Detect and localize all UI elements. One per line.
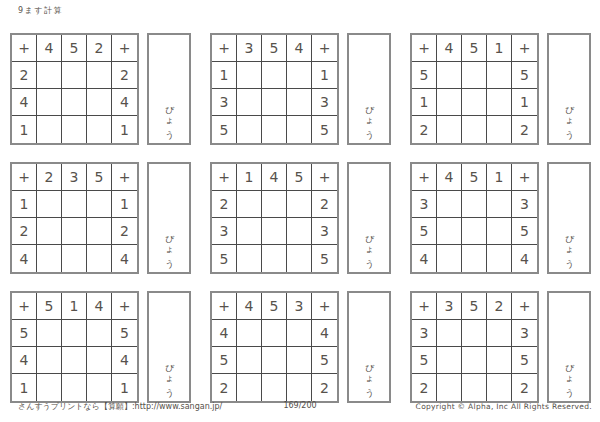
answer-cell[interactable] [287, 218, 312, 245]
operator-cell: + [12, 35, 37, 62]
answer-cell[interactable] [262, 89, 287, 116]
puzzle-grid-5: +145+223355 [210, 162, 339, 274]
seconds-box: びょう [347, 33, 391, 145]
answer-cell[interactable] [437, 116, 462, 143]
answer-cell[interactable] [262, 116, 287, 143]
seconds-box: びょう [147, 33, 191, 145]
top-addend-cell: 1 [487, 164, 512, 191]
top-addend-cell: 5 [62, 35, 87, 62]
left-addend-cell: 2 [212, 374, 237, 401]
answer-cell[interactable] [287, 191, 312, 218]
right-addend-cell: 1 [112, 191, 137, 218]
top-addend-cell: 5 [262, 293, 287, 320]
answer-cell[interactable] [462, 62, 487, 89]
seconds-box: びょう [547, 291, 591, 403]
answer-cell[interactable] [437, 191, 462, 218]
answer-cell[interactable] [462, 245, 487, 272]
answer-cell[interactable] [462, 116, 487, 143]
answer-cell[interactable] [487, 62, 512, 89]
answer-cell[interactable] [262, 62, 287, 89]
right-addend-cell: 1 [112, 116, 137, 143]
right-addend-cell: 4 [112, 347, 137, 374]
answer-cell[interactable] [262, 347, 287, 374]
answer-cell[interactable] [287, 347, 312, 374]
right-addend-cell: 5 [512, 347, 537, 374]
answer-cell[interactable] [462, 320, 487, 347]
footer: さんすうプリントなら【算願】:http://www.sangan.jp/ 169… [0, 401, 600, 415]
seconds-label: びょう [563, 357, 576, 394]
top-addend-cell: 4 [437, 35, 462, 62]
puzzle-9: +352+335522びょう [410, 291, 591, 403]
answer-cell[interactable] [87, 245, 112, 272]
answer-cell[interactable] [262, 218, 287, 245]
seconds-box: びょう [547, 162, 591, 274]
operator-cell: + [112, 35, 137, 62]
puzzle-grid-3: +451+551122 [410, 33, 539, 145]
answer-cell[interactable] [487, 89, 512, 116]
left-addend-cell: 2 [412, 116, 437, 143]
left-addend-cell: 2 [212, 191, 237, 218]
answer-cell[interactable] [487, 245, 512, 272]
answer-cell[interactable] [437, 245, 462, 272]
left-addend-cell: 4 [12, 347, 37, 374]
operator-cell: + [12, 164, 37, 191]
right-addend-cell: 2 [112, 62, 137, 89]
answer-cell[interactable] [87, 320, 112, 347]
puzzle-grid-6: +451+335544 [410, 162, 539, 274]
top-addend-cell: 5 [462, 293, 487, 320]
answer-cell[interactable] [37, 62, 62, 89]
left-addend-cell: 5 [412, 62, 437, 89]
right-addend-cell: 4 [312, 320, 337, 347]
answer-cell[interactable] [37, 89, 62, 116]
right-addend-cell: 2 [312, 191, 337, 218]
puzzle-1: +452+224411びょう [10, 33, 191, 145]
seconds-label: びょう [363, 357, 376, 394]
right-addend-cell: 5 [312, 347, 337, 374]
answer-cell[interactable] [62, 89, 87, 116]
answer-cell[interactable] [62, 320, 87, 347]
left-addend-cell: 4 [412, 245, 437, 272]
puzzle-grid-area: +452+224411びょう+354+113355びょう+451+551122び… [10, 33, 591, 403]
answer-cell[interactable] [87, 89, 112, 116]
top-addend-cell: 4 [437, 164, 462, 191]
answer-cell[interactable] [287, 89, 312, 116]
answer-cell[interactable] [437, 320, 462, 347]
answer-cell[interactable] [37, 191, 62, 218]
operator-cell: + [12, 293, 37, 320]
answer-cell[interactable] [62, 245, 87, 272]
answer-cell[interactable] [462, 347, 487, 374]
top-addend-cell: 2 [87, 35, 112, 62]
seconds-box: びょう [147, 291, 191, 403]
answer-cell[interactable] [62, 191, 87, 218]
right-addend-cell: 3 [512, 191, 537, 218]
top-addend-cell: 4 [287, 35, 312, 62]
left-addend-cell: 3 [212, 89, 237, 116]
answer-cell[interactable] [287, 374, 312, 401]
top-addend-cell: 3 [437, 293, 462, 320]
puzzle-grid-2: +354+113355 [210, 33, 339, 145]
puzzle-grid-8: +453+445522 [210, 291, 339, 403]
left-addend-cell: 3 [412, 191, 437, 218]
right-addend-cell: 2 [112, 218, 137, 245]
left-addend-cell: 4 [12, 245, 37, 272]
right-addend-cell: 3 [312, 89, 337, 116]
left-addend-cell: 1 [12, 191, 37, 218]
operator-cell: + [212, 35, 237, 62]
operator-cell: + [212, 164, 237, 191]
operator-cell: + [112, 164, 137, 191]
footer-site-link[interactable]: さんすうプリントなら【算願】:http://www.sangan.jp/ [18, 401, 222, 412]
seconds-label: びょう [563, 99, 576, 136]
seconds-box: びょう [347, 162, 391, 274]
answer-cell[interactable] [37, 245, 62, 272]
answer-cell[interactable] [462, 374, 487, 401]
answer-cell[interactable] [437, 347, 462, 374]
top-addend-cell: 4 [262, 164, 287, 191]
answer-cell[interactable] [287, 62, 312, 89]
answer-cell[interactable] [237, 89, 262, 116]
footer-copyright: Copyright © Alpha, Inc All Rights Reserv… [416, 402, 592, 411]
puzzle-6: +451+335544びょう [410, 162, 591, 274]
puzzle-2: +354+113355びょう [210, 33, 391, 145]
answer-cell[interactable] [462, 191, 487, 218]
right-addend-cell: 2 [312, 374, 337, 401]
answer-cell[interactable] [87, 374, 112, 401]
operator-cell: + [312, 35, 337, 62]
puzzle-4: +235+112244びょう [10, 162, 191, 274]
left-addend-cell: 1 [212, 62, 237, 89]
top-addend-cell: 1 [237, 164, 262, 191]
page-title: 9ます計算 [18, 5, 63, 16]
right-addend-cell: 5 [312, 245, 337, 272]
answer-cell[interactable] [262, 245, 287, 272]
top-addend-cell: 5 [462, 164, 487, 191]
answer-cell[interactable] [237, 245, 262, 272]
answer-cell[interactable] [262, 374, 287, 401]
right-addend-cell: 2 [512, 116, 537, 143]
left-addend-cell: 5 [12, 320, 37, 347]
puzzle-8: +453+445522びょう [210, 291, 391, 403]
left-addend-cell: 4 [12, 89, 37, 116]
answer-cell[interactable] [487, 218, 512, 245]
answer-cell[interactable] [487, 191, 512, 218]
left-addend-cell: 1 [12, 116, 37, 143]
puzzle-grid-4: +235+112244 [10, 162, 139, 274]
operator-cell: + [312, 293, 337, 320]
answer-cell[interactable] [237, 374, 262, 401]
answer-cell[interactable] [237, 218, 262, 245]
right-addend-cell: 1 [312, 62, 337, 89]
answer-cell[interactable] [287, 116, 312, 143]
answer-cell[interactable] [87, 62, 112, 89]
right-addend-cell: 3 [512, 320, 537, 347]
left-addend-cell: 2 [12, 62, 37, 89]
left-addend-cell: 3 [412, 320, 437, 347]
answer-cell[interactable] [62, 374, 87, 401]
left-addend-cell: 5 [412, 347, 437, 374]
seconds-box: びょう [147, 162, 191, 274]
operator-cell: + [512, 164, 537, 191]
puzzle-grid-7: +514+554411 [10, 291, 139, 403]
answer-cell[interactable] [237, 347, 262, 374]
answer-cell[interactable] [237, 320, 262, 347]
answer-cell[interactable] [37, 347, 62, 374]
top-addend-cell: 4 [237, 293, 262, 320]
top-addend-cell: 1 [487, 35, 512, 62]
answer-cell[interactable] [287, 245, 312, 272]
right-addend-cell: 4 [112, 245, 137, 272]
answer-cell[interactable] [487, 116, 512, 143]
operator-cell: + [412, 293, 437, 320]
answer-cell[interactable] [37, 116, 62, 143]
answer-cell[interactable] [487, 374, 512, 401]
answer-cell[interactable] [237, 191, 262, 218]
right-addend-cell: 5 [112, 320, 137, 347]
answer-cell[interactable] [87, 191, 112, 218]
left-addend-cell: 5 [212, 347, 237, 374]
left-addend-cell: 5 [212, 116, 237, 143]
top-addend-cell: 4 [37, 35, 62, 62]
seconds-label: びょう [163, 357, 176, 394]
answer-cell[interactable] [437, 374, 462, 401]
operator-cell: + [312, 164, 337, 191]
top-addend-cell: 2 [487, 293, 512, 320]
puzzle-grid-1: +452+224411 [10, 33, 139, 145]
operator-cell: + [412, 35, 437, 62]
right-addend-cell: 5 [512, 62, 537, 89]
left-addend-cell: 2 [12, 218, 37, 245]
answer-cell[interactable] [87, 116, 112, 143]
top-addend-cell: 1 [62, 293, 87, 320]
top-addend-cell: 5 [37, 293, 62, 320]
answer-cell[interactable] [437, 89, 462, 116]
answer-cell[interactable] [37, 218, 62, 245]
answer-cell[interactable] [262, 191, 287, 218]
answer-cell[interactable] [437, 62, 462, 89]
right-addend-cell: 4 [512, 245, 537, 272]
right-addend-cell: 5 [312, 116, 337, 143]
answer-cell[interactable] [62, 116, 87, 143]
top-addend-cell: 3 [287, 293, 312, 320]
puzzle-3: +451+551122びょう [410, 33, 591, 145]
answer-cell[interactable] [62, 218, 87, 245]
seconds-label: びょう [563, 228, 576, 265]
operator-cell: + [212, 293, 237, 320]
footer-page-number: 169/200 [283, 401, 316, 410]
operator-cell: + [512, 35, 537, 62]
answer-cell[interactable] [287, 320, 312, 347]
seconds-box: びょう [347, 291, 391, 403]
right-addend-cell: 3 [312, 218, 337, 245]
answer-cell[interactable] [462, 89, 487, 116]
puzzle-grid-9: +352+335522 [410, 291, 539, 403]
operator-cell: + [412, 164, 437, 191]
answer-cell[interactable] [87, 347, 112, 374]
answer-cell[interactable] [262, 320, 287, 347]
worksheet-page: { "game": "9ます計算 (9-cell addition drill … [0, 0, 600, 422]
puzzle-7: +514+554411びょう [10, 291, 191, 403]
operator-cell: + [512, 293, 537, 320]
answer-cell[interactable] [62, 347, 87, 374]
top-addend-cell: 5 [262, 35, 287, 62]
operator-cell: + [112, 293, 137, 320]
left-addend-cell: 3 [212, 218, 237, 245]
left-addend-cell: 5 [412, 218, 437, 245]
top-addend-cell: 5 [462, 35, 487, 62]
answer-cell[interactable] [37, 374, 62, 401]
right-addend-cell: 1 [112, 374, 137, 401]
answer-cell[interactable] [62, 62, 87, 89]
top-addend-cell: 5 [287, 164, 312, 191]
right-addend-cell: 1 [512, 89, 537, 116]
seconds-box: びょう [547, 33, 591, 145]
answer-cell[interactable] [437, 218, 462, 245]
left-addend-cell: 2 [412, 374, 437, 401]
answer-cell[interactable] [237, 62, 262, 89]
answer-cell[interactable] [37, 320, 62, 347]
seconds-label: びょう [163, 228, 176, 265]
answer-cell[interactable] [237, 116, 262, 143]
seconds-label: びょう [363, 99, 376, 136]
top-addend-cell: 2 [37, 164, 62, 191]
seconds-label: びょう [363, 228, 376, 265]
right-addend-cell: 5 [512, 218, 537, 245]
puzzle-5: +145+223355びょう [210, 162, 391, 274]
answer-cell[interactable] [462, 218, 487, 245]
answer-cell[interactable] [487, 320, 512, 347]
left-addend-cell: 5 [212, 245, 237, 272]
top-addend-cell: 3 [62, 164, 87, 191]
left-addend-cell: 1 [12, 374, 37, 401]
seconds-label: びょう [163, 99, 176, 136]
answer-cell[interactable] [87, 218, 112, 245]
left-addend-cell: 4 [212, 320, 237, 347]
top-addend-cell: 4 [87, 293, 112, 320]
top-addend-cell: 5 [87, 164, 112, 191]
top-addend-cell: 3 [237, 35, 262, 62]
left-addend-cell: 1 [412, 89, 437, 116]
right-addend-cell: 4 [112, 89, 137, 116]
answer-cell[interactable] [487, 347, 512, 374]
right-addend-cell: 2 [512, 374, 537, 401]
